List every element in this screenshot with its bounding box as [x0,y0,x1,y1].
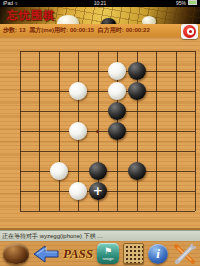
board-intersection[interactable] [147,101,167,121]
black-time-label: 黑方(me)用时: [29,27,68,33]
board-intersection[interactable] [127,181,147,201]
board-intersection[interactable] [30,201,50,221]
resign-label: resign [103,256,114,261]
black-stone [108,102,126,120]
clock-label: 10:21 [0,0,200,7]
board-intersection[interactable] [69,41,89,61]
black-stone: + [89,182,107,200]
board-intersection[interactable] [88,101,108,121]
board-intersection[interactable] [30,81,50,101]
board-intersection[interactable] [108,181,128,201]
undo-arrow-icon [33,245,59,263]
board-intersection[interactable] [49,141,69,161]
board-intersection[interactable] [166,201,186,221]
board-intersection[interactable] [88,161,108,181]
board-intersection[interactable] [88,141,108,161]
board-intersection[interactable] [186,41,201,61]
resign-button[interactable]: ⚑ resign [97,243,119,264]
board-intersection[interactable] [88,121,108,141]
board-intersection[interactable] [127,41,147,61]
decorative-white-stone [57,15,79,24]
board-intersection[interactable] [10,41,30,61]
board-intersection[interactable] [166,181,186,201]
board-intersection[interactable] [127,201,147,221]
board-intersection[interactable] [49,101,69,121]
board-intersection[interactable] [147,81,167,101]
board-intersection[interactable] [69,61,89,81]
board-intersection[interactable] [30,101,50,121]
board-intersection[interactable] [49,201,69,221]
board-intersection[interactable] [186,161,201,181]
board-intersection[interactable] [108,81,128,101]
go-board: + [0,37,200,230]
board-intersection[interactable] [108,201,128,221]
weibo-icon [183,25,196,38]
star-point [96,130,99,133]
black-stone [128,62,146,80]
board-intersection[interactable] [69,141,89,161]
board-intersection[interactable] [49,121,69,141]
white-stone [69,122,87,140]
white-flag-icon: ⚑ [104,247,112,256]
board-intersection[interactable] [127,101,147,121]
app-screen: iPad ᯤ 10:21 95% 忘忧围棋 步数:13 黑方(me)用时:00:… [0,0,200,266]
board-intersection[interactable] [10,161,30,181]
board-intersection[interactable] [186,141,201,161]
board-intersection[interactable] [30,161,50,181]
move-count-label: 步数: [3,27,17,33]
board-intersection[interactable] [10,101,30,121]
board-intersection[interactable] [166,61,186,81]
bottom-toolbar: PASS ⚑ resign i [0,241,200,266]
ios-status-bar: iPad ᯤ 10:21 95% [0,0,200,7]
info-button[interactable]: i [148,244,168,264]
white-time-label: 白方用时: [98,27,124,33]
black-stone [89,162,107,180]
board-intersection[interactable] [186,201,201,221]
black-stone [128,82,146,100]
board-intersection[interactable] [147,141,167,161]
board-intersection[interactable]: + [88,181,108,201]
board-intersection[interactable] [10,141,30,161]
board-intersection[interactable] [88,41,108,61]
kifu-sheet-button[interactable] [123,243,144,264]
board-intersection[interactable] [30,121,50,141]
black-stone [128,162,146,180]
board-intersection[interactable] [147,161,167,181]
board-intersection[interactable] [127,161,147,181]
black-time-value: 00:00:15 [70,27,94,33]
board-intersection[interactable] [49,81,69,101]
go-board-grid: + [10,41,200,221]
board-intersection[interactable] [147,201,167,221]
board-intersection[interactable] [186,101,201,121]
weibo-pupil [189,30,192,33]
pass-button[interactable]: PASS [63,246,93,262]
board-intersection[interactable] [49,161,69,181]
board-intersection[interactable] [147,121,167,141]
board-intersection[interactable] [30,141,50,161]
board-intersection[interactable] [30,61,50,81]
white-time-value: 00:00:22 [126,27,150,33]
board-intersection[interactable] [10,121,30,141]
board-intersection[interactable] [186,181,201,201]
last-move-marker: + [93,182,103,200]
board-intersection[interactable] [127,121,147,141]
white-stone [108,82,126,100]
weibo-share-button[interactable] [181,24,198,39]
white-stone [69,82,87,100]
board-intersection[interactable] [88,61,108,81]
board-intersection[interactable] [69,181,89,201]
board-intersection[interactable] [108,161,128,181]
game-info-strip: 步数:13 黑方(me)用时:00:00:15 白方用时:00:00:22 [0,24,200,37]
board-intersection[interactable] [69,201,89,221]
board-intersection[interactable] [30,181,50,201]
board-intersection[interactable] [186,61,201,81]
board-intersection[interactable] [69,121,89,141]
board-intersection[interactable] [166,81,186,101]
board-intersection[interactable] [127,81,147,101]
board-intersection[interactable] [69,81,89,101]
board-intersection[interactable] [10,181,30,201]
app-title: 忘忧围棋 [7,8,55,23]
board-intersection[interactable] [147,61,167,81]
board-intersection[interactable] [108,41,128,61]
board-intersection[interactable] [30,41,50,61]
board-intersection[interactable] [166,161,186,181]
waiting-message: 正在等待对手 wyzegg(iphone) 下棋 ... [2,233,102,239]
board-intersection[interactable] [10,61,30,81]
board-intersection[interactable] [147,41,167,61]
board-intersection[interactable] [88,201,108,221]
title-banner: 忘忧围棋 [0,7,200,24]
board-intersection[interactable] [49,41,69,61]
status-message-bar: 正在等待对手 wyzegg(iphone) 下棋 ... [0,230,200,241]
board-intersection[interactable] [108,101,128,121]
board-intersection[interactable] [10,201,30,221]
board-intersection[interactable] [147,181,167,201]
stone-bowl-icon[interactable] [3,243,29,264]
white-stone [108,62,126,80]
white-stone [50,162,68,180]
board-intersection[interactable] [49,181,69,201]
board-intersection[interactable] [186,81,201,101]
board-intersection[interactable] [166,121,186,141]
board-intersection[interactable] [108,141,128,161]
board-intersection[interactable] [69,101,89,121]
board-intersection[interactable] [166,141,186,161]
undo-button[interactable] [33,245,59,263]
board-intersection[interactable] [166,101,186,121]
board-intersection[interactable] [49,61,69,81]
board-intersection[interactable] [10,81,30,101]
board-intersection[interactable] [69,161,89,181]
board-intersection[interactable] [108,121,128,141]
board-intersection[interactable] [166,41,186,61]
tools-icon [172,243,197,265]
board-intersection[interactable] [186,121,201,141]
decorative-white-stone-2 [142,16,156,24]
board-intersection[interactable] [88,81,108,101]
board-intersection[interactable] [108,61,128,81]
white-stone [69,182,87,200]
board-intersection[interactable] [127,61,147,81]
settings-button[interactable] [172,243,197,265]
move-count-value: 13 [19,27,26,33]
board-intersection[interactable] [127,141,147,161]
black-stone [108,122,126,140]
